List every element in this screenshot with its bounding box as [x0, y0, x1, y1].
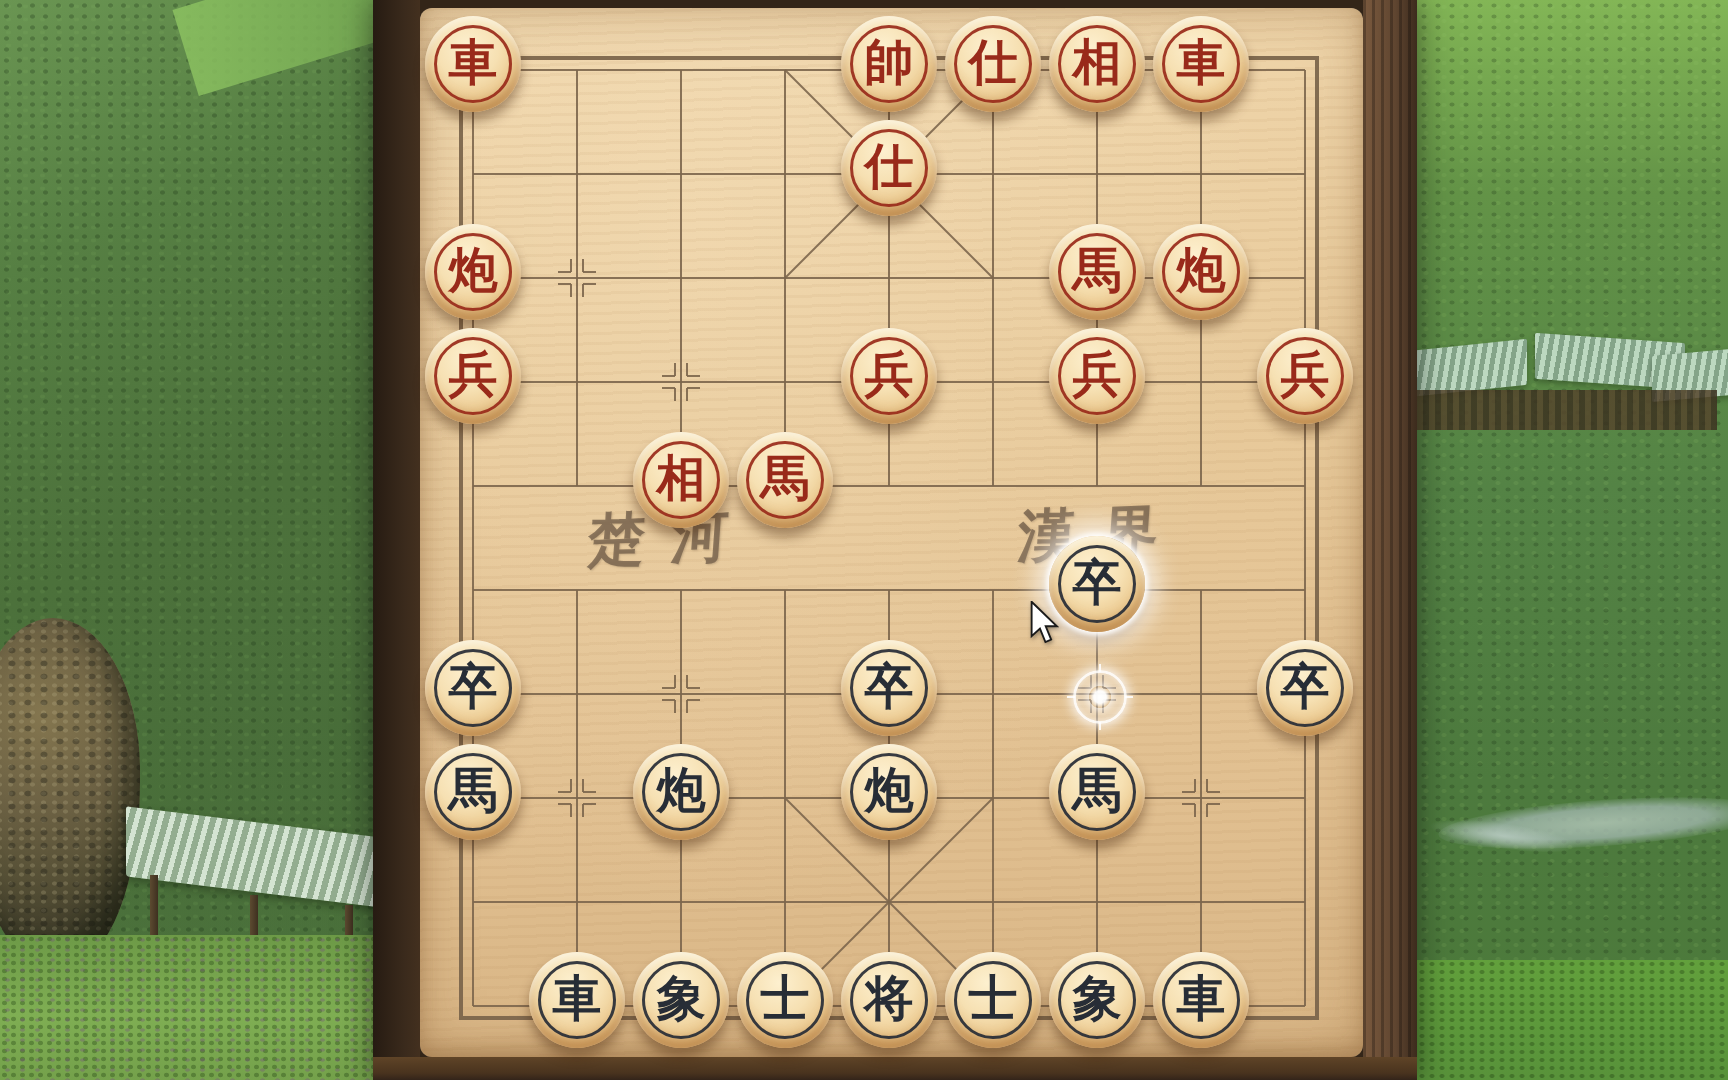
piece-red-horse[interactable]: 馬: [1049, 224, 1145, 320]
piece-black-chariot[interactable]: 車: [529, 952, 625, 1048]
piece-character: 相: [657, 454, 706, 503]
piece-black-horse[interactable]: 馬: [1049, 744, 1145, 840]
target-tick: [1067, 696, 1075, 698]
grass-foreground: [1417, 960, 1728, 1080]
piece-character: 士: [761, 974, 810, 1023]
wooden-shed-roof: [1407, 339, 1527, 398]
piece-character: 炮: [1177, 246, 1226, 295]
piece-red-chariot[interactable]: 車: [425, 16, 521, 112]
piece-character: 将: [865, 974, 914, 1023]
move-target-indicator[interactable]: [1073, 670, 1127, 724]
piece-character: 象: [1073, 974, 1122, 1023]
piece-red-cannon[interactable]: 炮: [425, 224, 521, 320]
piece-black-elephant[interactable]: 象: [1049, 952, 1145, 1048]
piece-red-chariot[interactable]: 車: [1153, 16, 1249, 112]
piece-black-soldier[interactable]: 卒: [1049, 536, 1145, 632]
piece-character: 象: [657, 974, 706, 1023]
piece-red-soldier[interactable]: 兵: [425, 328, 521, 424]
piece-black-soldier[interactable]: 卒: [1257, 640, 1353, 736]
board-front-face: [373, 1057, 1417, 1080]
piece-character: 馬: [1073, 246, 1122, 295]
piece-character: 士: [969, 974, 1018, 1023]
piece-black-advisor[interactable]: 士: [737, 952, 833, 1048]
piece-character: 馬: [449, 766, 498, 815]
piece-character: 相: [1073, 38, 1122, 87]
piece-character: 車: [553, 974, 602, 1023]
piece-character: 炮: [449, 246, 498, 295]
piece-red-cannon[interactable]: 炮: [1153, 224, 1249, 320]
piece-red-horse[interactable]: 馬: [737, 432, 833, 528]
piece-red-advisor[interactable]: 仕: [945, 16, 1041, 112]
piece-character: 車: [1177, 38, 1226, 87]
piece-character: 卒: [865, 662, 914, 711]
piece-red-soldier[interactable]: 兵: [841, 328, 937, 424]
piece-black-general[interactable]: 将: [841, 952, 937, 1048]
piece-black-chariot[interactable]: 車: [1153, 952, 1249, 1048]
piece-character: 兵: [1073, 350, 1122, 399]
piece-black-cannon[interactable]: 炮: [841, 744, 937, 840]
wooden-shed-base: [1417, 390, 1717, 430]
target-tick: [1125, 696, 1133, 698]
piece-red-advisor[interactable]: 仕: [841, 120, 937, 216]
piece-character: 卒: [1281, 662, 1330, 711]
piece-red-elephant[interactable]: 相: [633, 432, 729, 528]
mouse-cursor: [1030, 601, 1062, 647]
piece-character: 炮: [865, 766, 914, 815]
piece-character: 兵: [865, 350, 914, 399]
piece-character: 卒: [449, 662, 498, 711]
piece-black-soldier[interactable]: 卒: [841, 640, 937, 736]
piece-character: 兵: [449, 350, 498, 399]
piece-character: 車: [1177, 974, 1226, 1023]
piece-black-advisor[interactable]: 士: [945, 952, 1041, 1048]
piece-red-soldier[interactable]: 兵: [1049, 328, 1145, 424]
piece-character: 卒: [1073, 558, 1122, 607]
background-photo-right: [1417, 0, 1728, 1080]
piece-character: 帥: [865, 38, 914, 87]
piece-black-elephant[interactable]: 象: [633, 952, 729, 1048]
piece-red-elephant[interactable]: 相: [1049, 16, 1145, 112]
piece-character: 馬: [1073, 766, 1122, 815]
piece-black-soldier[interactable]: 卒: [425, 640, 521, 736]
target-tick: [1099, 722, 1101, 730]
piece-red-soldier[interactable]: 兵: [1257, 328, 1353, 424]
piece-red-general[interactable]: 帥: [841, 16, 937, 112]
piece-black-horse[interactable]: 馬: [425, 744, 521, 840]
move-target-dot: [1089, 686, 1111, 708]
board-side-face: [1363, 0, 1417, 1080]
flower-meadow: [0, 935, 373, 1080]
piece-character: 仕: [969, 38, 1018, 87]
target-tick: [1099, 664, 1101, 672]
piece-character: 兵: [1281, 350, 1330, 399]
piece-character: 仕: [865, 142, 914, 191]
piece-character: 馬: [761, 454, 810, 503]
piece-character: 車: [449, 38, 498, 87]
piece-character: 炮: [657, 766, 706, 815]
piece-black-cannon[interactable]: 炮: [633, 744, 729, 840]
